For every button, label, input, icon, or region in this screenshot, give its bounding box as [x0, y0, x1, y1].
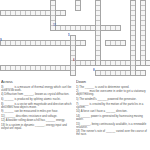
- grid-number-8: 8: [93, 69, 95, 72]
- across-clue-8: 8) ______ is a vector with magnitude and…: [1, 102, 75, 108]
- across-clues-column: Across 3) ______ is a measure of thermal…: [1, 79, 75, 150]
- crossword-word-down-c: [95, 0, 101, 66]
- across-clue-3: 3) ______ is a measure of thermal energy…: [1, 85, 75, 91]
- grid-number-9: 9: [0, 39, 2, 42]
- crossword-word-across-12: [105, 40, 126, 46]
- across-header: Across: [1, 79, 75, 83]
- crossword-word-down-e: [140, 0, 146, 66]
- down-clue-14: 14) ______ power is generated by harness…: [76, 114, 150, 120]
- down-clue-18: 18) The runner's rate of ______ varied o…: [76, 130, 150, 136]
- across-clue-12: 12) A boulder rolling down a hill has __…: [1, 119, 75, 122]
- crossword-word-across-11: [55, 25, 121, 31]
- across-clue-11: 11) ______ describes resistance and volt…: [1, 114, 75, 117]
- crossword-word-down-d: [130, 0, 136, 76]
- clue-section: Across 3) ______ is a measure of thermal…: [0, 79, 150, 150]
- across-clue-6: 6) ______ is produced by splitting atomi…: [1, 98, 75, 101]
- across-clue-4: 4) Diffraction from ______, known as cry…: [1, 93, 75, 96]
- down-clue-list: 1) The ______ is used to determine speed…: [76, 85, 150, 136]
- across-clue-list: 3) ______ is a measure of thermal energy…: [1, 85, 75, 129]
- grid-number-5: 5: [68, 34, 70, 37]
- across-clue-13: 13) In a system in dynamic ______, energ…: [1, 123, 75, 129]
- grid-number-11: 11: [53, 24, 56, 27]
- grid-number-6: 6: [73, 59, 75, 62]
- crossword-worksheet: 115968 Across 3) ______ is a measure of …: [0, 0, 150, 150]
- crossword-word-across-8: [95, 70, 146, 76]
- crossword-word-across-6: [75, 60, 150, 66]
- crossword-grid: 115968: [0, 0, 150, 78]
- crossword-word-across-13: [0, 65, 76, 71]
- crossword-word-across-4: [0, 10, 66, 16]
- down-clues-column: Down 1) The ______ is used to determine …: [76, 79, 150, 150]
- down-header: Down: [76, 79, 150, 83]
- down-clue-15: 15) ______, being continuously available…: [76, 122, 150, 128]
- crossword-word-down-5: [70, 35, 76, 76]
- crossword-word-down-b: [75, 0, 81, 11]
- across-clue-9: 9) ______ can be measured in miles per h…: [1, 110, 75, 113]
- down-clue-10: 10) A force can't have a ______ directio…: [76, 110, 150, 113]
- down-clue-7: 7) ______ is created by the motion of th…: [76, 102, 150, 108]
- down-clue-2: 2) ______ must be overcome in order to g…: [76, 90, 150, 96]
- down-clue-5: 5) The windmill's ______ powered the gen…: [76, 98, 150, 101]
- down-clue-1: 1) The ______ is used to determine speed…: [76, 85, 150, 88]
